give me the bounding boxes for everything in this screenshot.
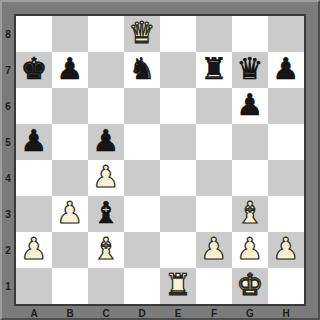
- square-d3[interactable]: [124, 196, 160, 232]
- square-c8[interactable]: [88, 16, 124, 52]
- square-e5[interactable]: [160, 124, 196, 160]
- file-label-g: G: [232, 306, 268, 320]
- square-b2[interactable]: [52, 232, 88, 268]
- square-f8[interactable]: [196, 16, 232, 52]
- square-b4[interactable]: [52, 160, 88, 196]
- rank-label-6: 6: [2, 88, 14, 124]
- square-e3[interactable]: [160, 196, 196, 232]
- square-h6[interactable]: [268, 88, 304, 124]
- square-b3[interactable]: ♟: [52, 196, 88, 232]
- square-a4[interactable]: [16, 160, 52, 196]
- square-h5[interactable]: [268, 124, 304, 160]
- square-e4[interactable]: [160, 160, 196, 196]
- square-f3[interactable]: [196, 196, 232, 232]
- square-f1[interactable]: [196, 268, 232, 304]
- square-f5[interactable]: [196, 124, 232, 160]
- file-label-c: C: [88, 306, 124, 320]
- square-a1[interactable]: [16, 268, 52, 304]
- square-g6[interactable]: ♟: [232, 88, 268, 124]
- file-label-d: D: [124, 306, 160, 320]
- piece-black-pawn[interactable]: ♟: [57, 51, 84, 87]
- square-f7[interactable]: ♜: [196, 52, 232, 88]
- square-g5[interactable]: [232, 124, 268, 160]
- rank-label-3: 3: [2, 196, 14, 232]
- square-b6[interactable]: [52, 88, 88, 124]
- square-d1[interactable]: [124, 268, 160, 304]
- rank-label-4: 4: [2, 160, 14, 196]
- square-d6[interactable]: [124, 88, 160, 124]
- square-d8[interactable]: ♛: [124, 16, 160, 52]
- piece-white-pawn[interactable]: ♟: [201, 231, 228, 267]
- file-label-a: A: [16, 306, 52, 320]
- square-c7[interactable]: [88, 52, 124, 88]
- square-a6[interactable]: [16, 88, 52, 124]
- square-h8[interactable]: [268, 16, 304, 52]
- piece-black-king[interactable]: ♚: [21, 51, 48, 87]
- square-g3[interactable]: ♝: [232, 196, 268, 232]
- chessboard-frame: 87654321 ♛♚♟♞♜♛♟♟♟♟♟♟♝♝♟♝♟♟♟♜♚ ABCDEFGH: [0, 0, 320, 320]
- piece-black-bishop[interactable]: ♝: [93, 195, 120, 231]
- piece-white-bishop[interactable]: ♝: [93, 231, 120, 267]
- square-h3[interactable]: [268, 196, 304, 232]
- square-a2[interactable]: ♟: [16, 232, 52, 268]
- file-label-h: H: [268, 306, 304, 320]
- rank-coordinates: 87654321: [2, 14, 14, 304]
- piece-white-pawn[interactable]: ♟: [93, 159, 120, 195]
- square-d4[interactable]: [124, 160, 160, 196]
- piece-black-pawn[interactable]: ♟: [93, 123, 120, 159]
- piece-white-pawn[interactable]: ♟: [21, 231, 48, 267]
- square-a7[interactable]: ♚: [16, 52, 52, 88]
- square-c6[interactable]: [88, 88, 124, 124]
- square-e1[interactable]: ♜: [160, 268, 196, 304]
- square-h4[interactable]: [268, 160, 304, 196]
- rank-label-5: 5: [2, 124, 14, 160]
- square-f2[interactable]: ♟: [196, 232, 232, 268]
- square-h2[interactable]: ♟: [268, 232, 304, 268]
- square-b1[interactable]: [52, 268, 88, 304]
- square-g4[interactable]: [232, 160, 268, 196]
- piece-black-knight[interactable]: ♞: [129, 51, 156, 87]
- piece-white-rook[interactable]: ♜: [165, 267, 192, 303]
- square-g8[interactable]: [232, 16, 268, 52]
- square-d5[interactable]: [124, 124, 160, 160]
- square-g7[interactable]: ♛: [232, 52, 268, 88]
- square-b5[interactable]: [52, 124, 88, 160]
- piece-white-bishop[interactable]: ♝: [237, 195, 264, 231]
- rank-label-8: 8: [2, 16, 14, 52]
- piece-white-pawn[interactable]: ♟: [237, 231, 264, 267]
- square-e6[interactable]: [160, 88, 196, 124]
- piece-white-pawn[interactable]: ♟: [57, 195, 84, 231]
- square-a8[interactable]: [16, 16, 52, 52]
- square-f4[interactable]: [196, 160, 232, 196]
- chessboard: ♛♚♟♞♜♛♟♟♟♟♟♟♝♝♟♝♟♟♟♜♚: [14, 14, 306, 306]
- rank-label-7: 7: [2, 52, 14, 88]
- piece-black-pawn[interactable]: ♟: [273, 51, 300, 87]
- square-c2[interactable]: ♝: [88, 232, 124, 268]
- square-c5[interactable]: ♟: [88, 124, 124, 160]
- file-label-f: F: [196, 306, 232, 320]
- square-b7[interactable]: ♟: [52, 52, 88, 88]
- piece-black-queen[interactable]: ♛: [237, 51, 264, 87]
- square-b8[interactable]: [52, 16, 88, 52]
- file-label-e: E: [160, 306, 196, 320]
- piece-black-pawn[interactable]: ♟: [21, 123, 48, 159]
- square-d2[interactable]: [124, 232, 160, 268]
- piece-white-king[interactable]: ♚: [237, 267, 264, 303]
- square-h1[interactable]: [268, 268, 304, 304]
- piece-black-pawn[interactable]: ♟: [237, 87, 264, 123]
- square-e7[interactable]: [160, 52, 196, 88]
- square-c3[interactable]: ♝: [88, 196, 124, 232]
- square-g1[interactable]: ♚: [232, 268, 268, 304]
- square-a3[interactable]: [16, 196, 52, 232]
- file-coordinates: ABCDEFGH: [16, 306, 304, 320]
- square-h7[interactable]: ♟: [268, 52, 304, 88]
- piece-white-queen[interactable]: ♛: [129, 15, 156, 51]
- rank-label-2: 2: [2, 232, 14, 268]
- file-label-b: B: [52, 306, 88, 320]
- square-c4[interactable]: ♟: [88, 160, 124, 196]
- square-g2[interactable]: ♟: [232, 232, 268, 268]
- square-a5[interactable]: ♟: [16, 124, 52, 160]
- piece-black-rook[interactable]: ♜: [201, 51, 228, 87]
- square-f6[interactable]: [196, 88, 232, 124]
- square-d7[interactable]: ♞: [124, 52, 160, 88]
- square-e2[interactable]: [160, 232, 196, 268]
- square-c1[interactable]: [88, 268, 124, 304]
- piece-white-pawn[interactable]: ♟: [273, 231, 300, 267]
- square-e8[interactable]: [160, 16, 196, 52]
- rank-label-1: 1: [2, 268, 14, 304]
